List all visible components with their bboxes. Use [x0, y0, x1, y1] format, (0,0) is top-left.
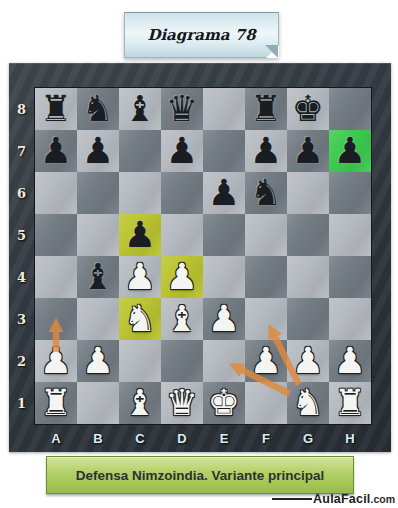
square-h2: ♟ — [329, 340, 371, 382]
square-c4: ♟ — [119, 256, 161, 298]
file-label-b: B — [77, 425, 119, 451]
rank-labels: 87654321 — [9, 88, 34, 424]
square-c1: ♝ — [119, 382, 161, 424]
square-h8 — [329, 88, 371, 130]
square-f4 — [245, 256, 287, 298]
piece-white-pawn: ♟ — [40, 340, 72, 382]
square-h6 — [329, 172, 371, 214]
piece-white-knight: ♞ — [292, 382, 324, 424]
square-g8: ♚ — [287, 88, 329, 130]
square-c5: ♟ — [119, 214, 161, 256]
rank-label-7: 7 — [9, 130, 34, 172]
piece-white-bishop: ♝ — [124, 382, 156, 424]
square-b7: ♟ — [77, 130, 119, 172]
square-d1: ♛ — [161, 382, 203, 424]
square-c8: ♝ — [119, 88, 161, 130]
banner-fold-corner — [266, 45, 279, 58]
rank-label-4: 4 — [9, 256, 34, 298]
piece-white-knight: ♞ — [124, 298, 156, 340]
square-a6 — [35, 172, 77, 214]
square-e6: ♟ — [203, 172, 245, 214]
square-a4 — [35, 256, 77, 298]
piece-black-pawn: ♟ — [292, 130, 324, 172]
piece-white-pawn: ♟ — [334, 340, 366, 382]
piece-white-rook: ♜ — [334, 382, 366, 424]
square-b3 — [77, 298, 119, 340]
square-g2: ♟ — [287, 340, 329, 382]
piece-white-pawn: ♟ — [166, 256, 198, 298]
piece-white-pawn: ♟ — [250, 340, 282, 382]
caption-text: Defensa Nimzoindia. Variante principal — [76, 468, 324, 483]
square-c2 — [119, 340, 161, 382]
file-label-g: G — [287, 425, 329, 451]
square-a3 — [35, 298, 77, 340]
diagram-title-banner: Diagrama 78 — [124, 12, 279, 58]
piece-black-pawn: ♟ — [334, 130, 366, 172]
piece-white-pawn: ♟ — [292, 340, 324, 382]
square-h1: ♜ — [329, 382, 371, 424]
piece-white-pawn: ♟ — [208, 298, 240, 340]
diagram-title: Diagrama 78 — [147, 26, 255, 44]
piece-white-pawn: ♟ — [82, 340, 114, 382]
chess-board-frame: 87654321 ♜♞♝♛♜♚♟♟♟♟♟♟♟♞♟♝♟♟♞♝♟♟♟♟♟♟♜♝♛♚♞… — [9, 63, 391, 452]
square-g6 — [287, 172, 329, 214]
piece-black-pawn: ♟ — [82, 130, 114, 172]
square-g3 — [287, 298, 329, 340]
square-a1: ♜ — [35, 382, 77, 424]
chess-diagram-page: Diagrama 78 87654321 ♜♞♝♛♜♚♟♟♟♟♟♟♟♞♟♝♟♟♞… — [0, 0, 398, 508]
piece-white-bishop: ♝ — [166, 298, 198, 340]
watermark: AulaFacil .com — [272, 491, 395, 506]
square-c7 — [119, 130, 161, 172]
file-label-d: D — [161, 425, 203, 451]
square-e1: ♚ — [203, 382, 245, 424]
file-label-e: E — [203, 425, 245, 451]
square-e3: ♟ — [203, 298, 245, 340]
square-f7: ♟ — [245, 130, 287, 172]
square-b6 — [77, 172, 119, 214]
file-label-c: C — [119, 425, 161, 451]
piece-black-knight: ♞ — [82, 88, 114, 130]
piece-black-king: ♚ — [292, 88, 324, 130]
square-f2: ♟ — [245, 340, 287, 382]
chess-board: ♜♞♝♛♜♚♟♟♟♟♟♟♟♞♟♝♟♟♞♝♟♟♟♟♟♟♜♝♛♚♞♜ — [34, 87, 372, 425]
rank-label-2: 2 — [9, 340, 34, 382]
file-label-h: H — [329, 425, 371, 451]
square-d6 — [161, 172, 203, 214]
square-g1: ♞ — [287, 382, 329, 424]
piece-black-pawn: ♟ — [208, 172, 240, 214]
rank-label-1: 1 — [9, 382, 34, 424]
square-d8: ♛ — [161, 88, 203, 130]
piece-black-pawn: ♟ — [124, 214, 156, 256]
square-c3: ♞ — [119, 298, 161, 340]
piece-black-knight: ♞ — [250, 172, 282, 214]
square-d3: ♝ — [161, 298, 203, 340]
square-e7 — [203, 130, 245, 172]
square-f3 — [245, 298, 287, 340]
square-e4 — [203, 256, 245, 298]
square-a2: ♟ — [35, 340, 77, 382]
piece-white-king: ♚ — [208, 382, 240, 424]
square-d5 — [161, 214, 203, 256]
piece-black-rook: ♜ — [40, 88, 72, 130]
square-d7: ♟ — [161, 130, 203, 172]
square-c6 — [119, 172, 161, 214]
piece-black-pawn: ♟ — [250, 130, 282, 172]
rank-label-3: 3 — [9, 298, 34, 340]
square-h3 — [329, 298, 371, 340]
square-e2 — [203, 340, 245, 382]
piece-white-pawn: ♟ — [124, 256, 156, 298]
square-b8: ♞ — [77, 88, 119, 130]
square-f6: ♞ — [245, 172, 287, 214]
square-e8 — [203, 88, 245, 130]
piece-black-pawn: ♟ — [40, 130, 72, 172]
square-b2: ♟ — [77, 340, 119, 382]
watermark-line — [272, 498, 312, 500]
watermark-brand: AulaFacil — [313, 492, 370, 506]
rank-label-5: 5 — [9, 214, 34, 256]
square-b1 — [77, 382, 119, 424]
square-g5 — [287, 214, 329, 256]
square-f1 — [245, 382, 287, 424]
watermark-suffix: .com — [370, 493, 395, 505]
square-g7: ♟ — [287, 130, 329, 172]
rank-label-8: 8 — [9, 88, 34, 130]
file-label-f: F — [245, 425, 287, 451]
square-g4 — [287, 256, 329, 298]
piece-white-rook: ♜ — [40, 382, 72, 424]
caption-box: Defensa Nimzoindia. Variante principal — [46, 456, 354, 494]
square-d2 — [161, 340, 203, 382]
file-labels: ABCDEFGH — [35, 425, 371, 451]
piece-black-bishop: ♝ — [82, 256, 114, 298]
file-label-a: A — [35, 425, 77, 451]
square-b5 — [77, 214, 119, 256]
square-f8: ♜ — [245, 88, 287, 130]
piece-white-queen: ♛ — [166, 382, 198, 424]
rank-label-6: 6 — [9, 172, 34, 214]
piece-black-rook: ♜ — [250, 88, 282, 130]
square-a8: ♜ — [35, 88, 77, 130]
square-b4: ♝ — [77, 256, 119, 298]
square-f5 — [245, 214, 287, 256]
square-a7: ♟ — [35, 130, 77, 172]
square-d4: ♟ — [161, 256, 203, 298]
piece-black-pawn: ♟ — [166, 130, 198, 172]
piece-black-bishop: ♝ — [124, 88, 156, 130]
square-h5 — [329, 214, 371, 256]
square-h4 — [329, 256, 371, 298]
square-h7: ♟ — [329, 130, 371, 172]
square-a5 — [35, 214, 77, 256]
piece-black-queen: ♛ — [166, 88, 198, 130]
square-e5 — [203, 214, 245, 256]
